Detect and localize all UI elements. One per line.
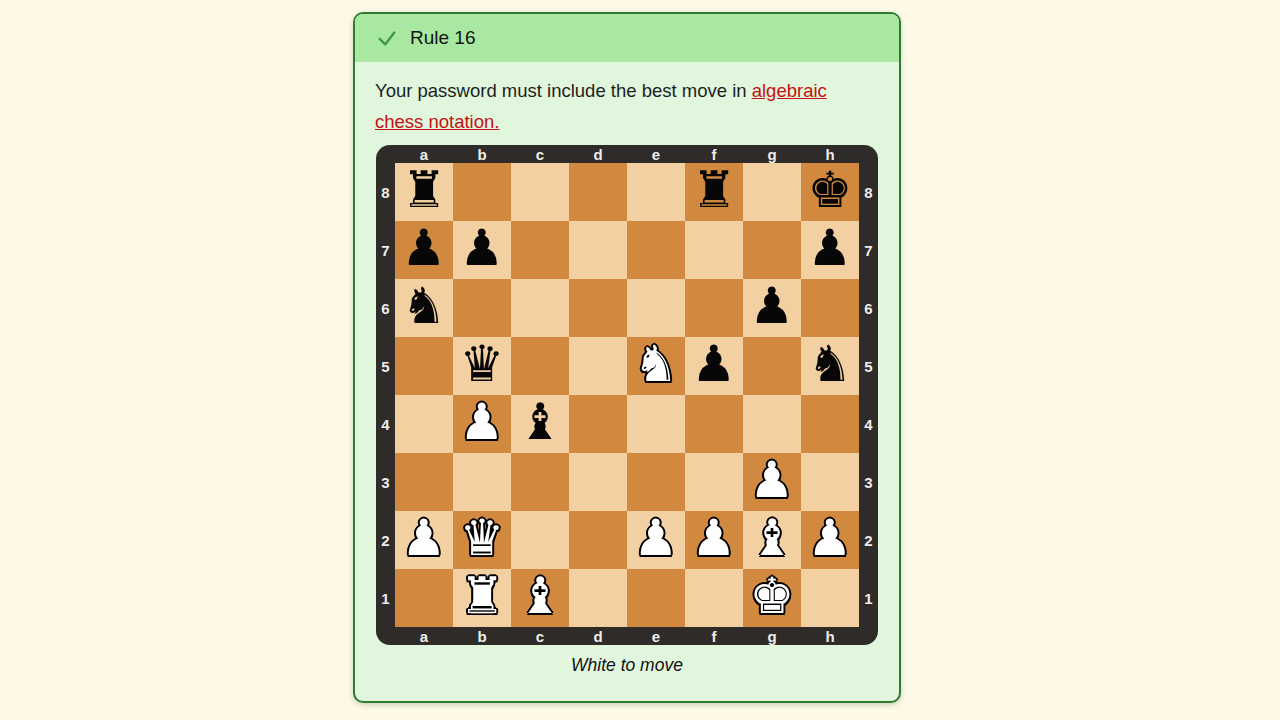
rank-label-8-right: 8: [859, 163, 878, 221]
square-g5: [743, 337, 801, 395]
rank-label-4-right: 4: [859, 395, 878, 453]
piece-black-knight: ♞: [402, 281, 447, 331]
file-label-g-top: g: [743, 145, 801, 163]
check-icon: [376, 27, 398, 49]
square-a7: ♟: [395, 221, 453, 279]
square-a3: [395, 453, 453, 511]
rule-card-header: Rule 16: [355, 14, 899, 62]
square-f8: ♜: [685, 163, 743, 221]
square-g7: [743, 221, 801, 279]
file-label-e-bottom: e: [627, 627, 685, 645]
piece-white-king: ♚: [750, 571, 795, 621]
square-d5: [569, 337, 627, 395]
square-b3: [453, 453, 511, 511]
square-f2: ♟: [685, 511, 743, 569]
square-c2: [511, 511, 569, 569]
piece-black-rook: ♜: [402, 165, 447, 215]
square-h5: ♞: [801, 337, 859, 395]
square-g3: ♟: [743, 453, 801, 511]
square-e7: [627, 221, 685, 279]
piece-black-bishop: ♝: [518, 397, 563, 447]
piece-black-rook: ♜: [692, 165, 737, 215]
rank-label-3-right: 3: [859, 453, 878, 511]
square-c7: [511, 221, 569, 279]
rank-label-2-left: 2: [376, 511, 395, 569]
square-a8: ♜: [395, 163, 453, 221]
rule-description: Your password must include the best move…: [375, 75, 879, 137]
piece-white-bishop: ♝: [518, 571, 563, 621]
file-label-f-bottom: f: [685, 627, 743, 645]
square-g2: ♝: [743, 511, 801, 569]
file-label-d-bottom: d: [569, 627, 627, 645]
file-label-c-bottom: c: [511, 627, 569, 645]
rank-label-1-left: 1: [376, 569, 395, 627]
square-a4: [395, 395, 453, 453]
file-label-g-bottom: g: [743, 627, 801, 645]
square-d1: [569, 569, 627, 627]
rank-label-2-right: 2: [859, 511, 878, 569]
square-h4: [801, 395, 859, 453]
square-f4: [685, 395, 743, 453]
square-e6: [627, 279, 685, 337]
square-e4: [627, 395, 685, 453]
piece-white-bishop: ♝: [750, 513, 795, 563]
piece-white-pawn: ♟: [808, 513, 853, 563]
piece-white-pawn: ♟: [750, 455, 795, 505]
square-e5: ♞: [627, 337, 685, 395]
square-a5: [395, 337, 453, 395]
square-f7: [685, 221, 743, 279]
file-label-c-top: c: [511, 145, 569, 163]
square-e8: [627, 163, 685, 221]
rank-label-6-right: 6: [859, 279, 878, 337]
square-d4: [569, 395, 627, 453]
square-g1: ♚: [743, 569, 801, 627]
square-d3: [569, 453, 627, 511]
rank-label-3-left: 3: [376, 453, 395, 511]
square-f5: ♟: [685, 337, 743, 395]
square-b5: ♛: [453, 337, 511, 395]
square-b6: [453, 279, 511, 337]
rank-label-7-right: 7: [859, 221, 878, 279]
square-h3: [801, 453, 859, 511]
rank-label-8-left: 8: [376, 163, 395, 221]
square-b8: [453, 163, 511, 221]
square-c6: [511, 279, 569, 337]
piece-black-pawn: ♟: [692, 339, 737, 389]
square-a1: [395, 569, 453, 627]
rule-card: Rule 16 Your password must include the b…: [353, 12, 901, 703]
rank-label-4-left: 4: [376, 395, 395, 453]
square-h6: [801, 279, 859, 337]
turn-indicator: White to move: [355, 655, 899, 676]
piece-white-pawn: ♟: [402, 513, 447, 563]
piece-black-pawn: ♟: [808, 223, 853, 273]
square-d2: [569, 511, 627, 569]
piece-white-queen: ♛: [460, 513, 505, 563]
piece-white-pawn: ♟: [692, 513, 737, 563]
piece-white-pawn: ♟: [460, 397, 505, 447]
piece-white-pawn: ♟: [634, 513, 679, 563]
square-b2: ♛: [453, 511, 511, 569]
rank-label-5-left: 5: [376, 337, 395, 395]
piece-black-pawn: ♟: [402, 223, 447, 273]
square-g8: [743, 163, 801, 221]
square-h1: [801, 569, 859, 627]
rank-label-5-right: 5: [859, 337, 878, 395]
file-label-b-top: b: [453, 145, 511, 163]
rule-description-plain: Your password must include the best move…: [375, 80, 752, 101]
square-b1: ♜: [453, 569, 511, 627]
rank-label-1-right: 1: [859, 569, 878, 627]
square-e2: ♟: [627, 511, 685, 569]
square-d8: [569, 163, 627, 221]
square-g4: [743, 395, 801, 453]
piece-black-queen: ♛: [460, 339, 505, 389]
rank-label-7-left: 7: [376, 221, 395, 279]
square-h8: ♚: [801, 163, 859, 221]
rule-title: Rule 16: [410, 27, 476, 49]
square-a2: ♟: [395, 511, 453, 569]
square-c5: [511, 337, 569, 395]
board-corner: [376, 145, 395, 163]
square-f3: [685, 453, 743, 511]
square-f6: [685, 279, 743, 337]
square-c4: ♝: [511, 395, 569, 453]
square-f1: [685, 569, 743, 627]
board-corner: [859, 627, 878, 645]
square-b4: ♟: [453, 395, 511, 453]
square-d6: [569, 279, 627, 337]
square-g6: ♟: [743, 279, 801, 337]
file-label-b-bottom: b: [453, 627, 511, 645]
file-label-d-top: d: [569, 145, 627, 163]
file-label-e-top: e: [627, 145, 685, 163]
piece-black-pawn: ♟: [460, 223, 505, 273]
chess-board: abcdefgh8♜♜♚87♟♟♟76♞♟65♛♞♟♞54♟♝43♟32♟♛♟♟…: [376, 145, 878, 645]
square-a6: ♞: [395, 279, 453, 337]
square-c3: [511, 453, 569, 511]
board-corner: [376, 627, 395, 645]
file-label-a-bottom: a: [395, 627, 453, 645]
file-label-h-bottom: h: [801, 627, 859, 645]
square-h2: ♟: [801, 511, 859, 569]
piece-black-pawn: ♟: [750, 281, 795, 331]
square-e3: [627, 453, 685, 511]
piece-black-knight: ♞: [808, 339, 853, 389]
square-b7: ♟: [453, 221, 511, 279]
piece-white-knight: ♞: [634, 339, 679, 389]
rank-label-6-left: 6: [376, 279, 395, 337]
square-c8: [511, 163, 569, 221]
square-d7: [569, 221, 627, 279]
board-corner: [859, 145, 878, 163]
piece-white-rook: ♜: [460, 571, 505, 621]
square-c1: ♝: [511, 569, 569, 627]
square-h7: ♟: [801, 221, 859, 279]
square-e1: [627, 569, 685, 627]
piece-black-king: ♚: [808, 165, 853, 215]
